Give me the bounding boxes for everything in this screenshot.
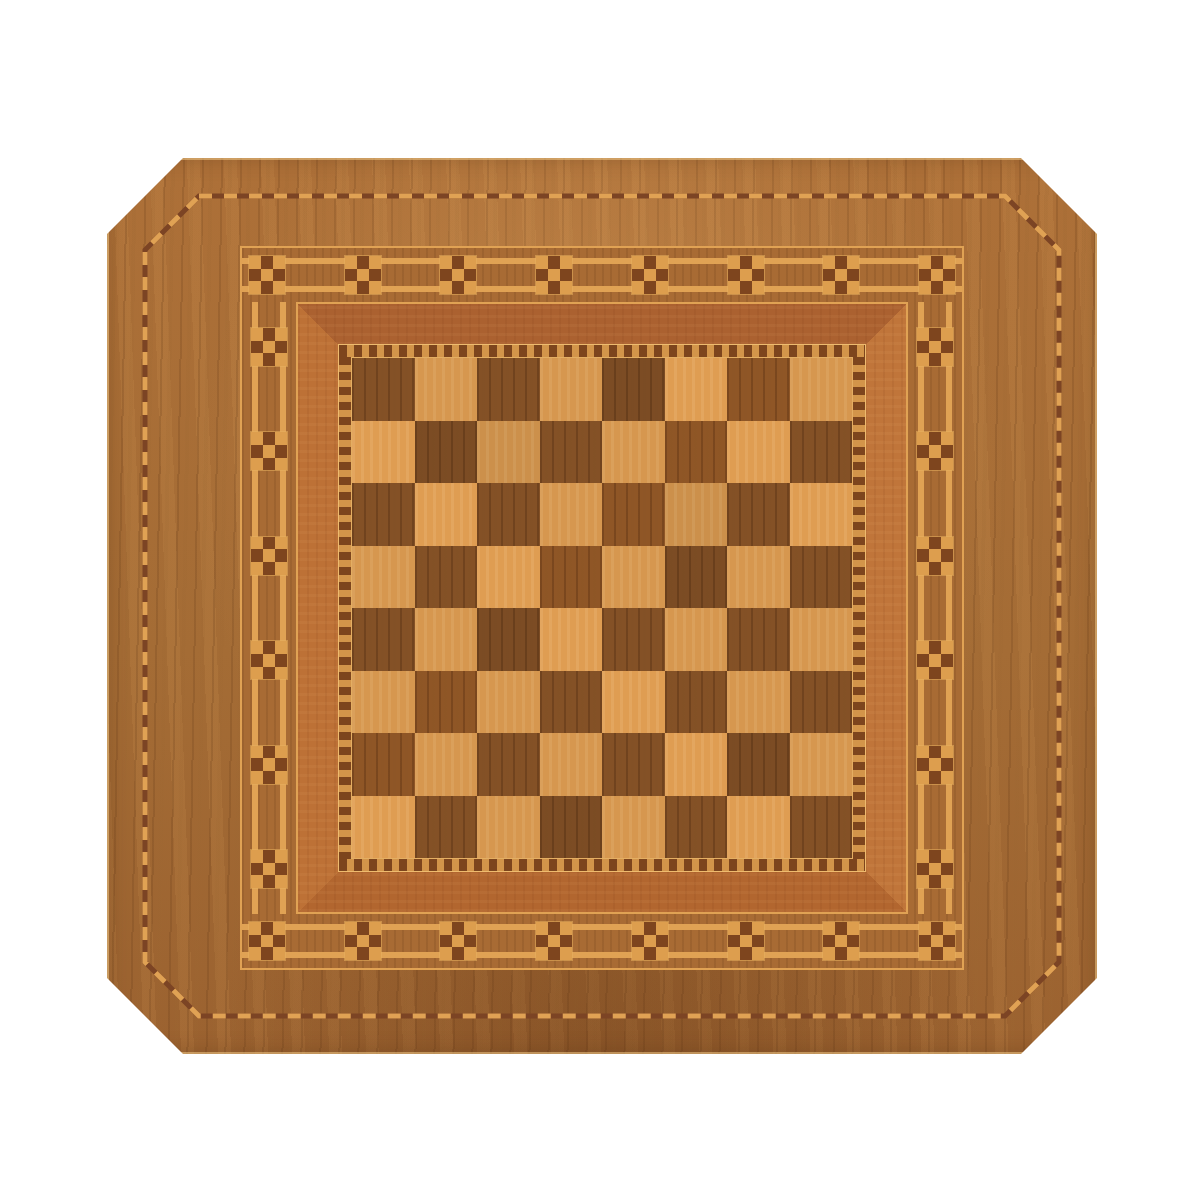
square-f3[interactable] [665, 671, 728, 734]
games-table-top [107, 158, 1097, 1054]
checker-motif [251, 432, 287, 470]
square-h4[interactable] [790, 608, 853, 671]
checker-motif [249, 922, 285, 960]
border-band-top [242, 248, 962, 302]
checker-motif [917, 328, 953, 366]
square-b1[interactable] [415, 796, 478, 859]
checker-motif [632, 256, 668, 294]
square-e7[interactable] [602, 421, 665, 484]
square-b4[interactable] [415, 608, 478, 671]
checker-motif [536, 256, 572, 294]
square-g6[interactable] [727, 483, 790, 546]
square-c1[interactable] [477, 796, 540, 859]
square-b8[interactable] [415, 358, 478, 421]
square-b3[interactable] [415, 671, 478, 734]
square-a5[interactable] [352, 546, 415, 609]
square-g8[interactable] [727, 358, 790, 421]
checker-motif [917, 641, 953, 679]
checker-motif [728, 256, 764, 294]
square-a8[interactable] [352, 358, 415, 421]
parquetry-border-band [240, 246, 964, 970]
square-a2[interactable] [352, 733, 415, 796]
square-f4[interactable] [665, 608, 728, 671]
square-d2[interactable] [540, 733, 603, 796]
checker-motif [536, 922, 572, 960]
square-f2[interactable] [665, 733, 728, 796]
checker-motif [728, 922, 764, 960]
checker-motif [823, 256, 859, 294]
square-b2[interactable] [415, 733, 478, 796]
square-c2[interactable] [477, 733, 540, 796]
square-g4[interactable] [727, 608, 790, 671]
checker-motif [917, 537, 953, 575]
checker-motif [917, 850, 953, 888]
square-a1[interactable] [352, 796, 415, 859]
square-c5[interactable] [477, 546, 540, 609]
checker-motif [251, 328, 287, 366]
square-h6[interactable] [790, 483, 853, 546]
checker-motif [251, 537, 287, 575]
checker-motif [251, 746, 287, 784]
square-d6[interactable] [540, 483, 603, 546]
square-g7[interactable] [727, 421, 790, 484]
square-d1[interactable] [540, 796, 603, 859]
square-g5[interactable] [727, 546, 790, 609]
square-c7[interactable] [477, 421, 540, 484]
photo-background [0, 0, 1200, 1200]
square-f8[interactable] [665, 358, 728, 421]
square-f1[interactable] [665, 796, 728, 859]
square-g2[interactable] [727, 733, 790, 796]
square-h1[interactable] [790, 796, 853, 859]
square-e8[interactable] [602, 358, 665, 421]
checker-motif [249, 256, 285, 294]
border-band-bottom [242, 914, 962, 968]
square-a6[interactable] [352, 483, 415, 546]
checker-motif [917, 746, 953, 784]
square-a3[interactable] [352, 671, 415, 734]
square-e6[interactable] [602, 483, 665, 546]
checker-motif [345, 256, 381, 294]
chess-board [351, 357, 853, 859]
ribbon-bottom [339, 859, 865, 871]
square-b5[interactable] [415, 546, 478, 609]
square-h7[interactable] [790, 421, 853, 484]
square-a4[interactable] [352, 608, 415, 671]
square-g3[interactable] [727, 671, 790, 734]
checkered-ribbon-inlay [338, 344, 866, 872]
ribbon-left [339, 357, 351, 859]
checker-motif [917, 432, 953, 470]
checker-motif [632, 922, 668, 960]
square-d4[interactable] [540, 608, 603, 671]
square-e5[interactable] [602, 546, 665, 609]
checker-motif [919, 256, 955, 294]
square-f5[interactable] [665, 546, 728, 609]
border-band-right [908, 302, 962, 914]
checker-motif [440, 256, 476, 294]
square-b7[interactable] [415, 421, 478, 484]
checker-motif [345, 922, 381, 960]
cherry-board-frame [296, 302, 908, 914]
square-e4[interactable] [602, 608, 665, 671]
checker-motif [823, 922, 859, 960]
ribbon-top [339, 345, 865, 357]
square-h3[interactable] [790, 671, 853, 734]
square-h5[interactable] [790, 546, 853, 609]
square-c6[interactable] [477, 483, 540, 546]
square-d5[interactable] [540, 546, 603, 609]
ribbon-right [853, 357, 865, 859]
square-c4[interactable] [477, 608, 540, 671]
square-g1[interactable] [727, 796, 790, 859]
square-c8[interactable] [477, 358, 540, 421]
square-h2[interactable] [790, 733, 853, 796]
square-e3[interactable] [602, 671, 665, 734]
square-e2[interactable] [602, 733, 665, 796]
square-c3[interactable] [477, 671, 540, 734]
checker-motif [919, 922, 955, 960]
square-a7[interactable] [352, 421, 415, 484]
border-band-left [242, 302, 296, 914]
square-d8[interactable] [540, 358, 603, 421]
square-d7[interactable] [540, 421, 603, 484]
square-f6[interactable] [665, 483, 728, 546]
square-b6[interactable] [415, 483, 478, 546]
checker-motif [251, 641, 287, 679]
checker-motif [440, 922, 476, 960]
checker-motif [251, 850, 287, 888]
square-f7[interactable] [665, 421, 728, 484]
square-e1[interactable] [602, 796, 665, 859]
square-d3[interactable] [540, 671, 603, 734]
square-h8[interactable] [790, 358, 853, 421]
